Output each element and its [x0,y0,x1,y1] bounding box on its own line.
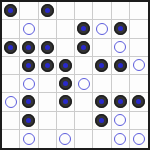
hole[interactable] [96,23,108,35]
peg[interactable] [22,114,35,127]
cell-r8c1 [2,130,20,148]
hole[interactable] [133,59,145,71]
cell-r7c6[interactable] [93,112,111,130]
cell-r2c7[interactable] [112,20,130,38]
cell-r2c8 [130,20,148,38]
peg[interactable] [114,95,127,108]
peg[interactable] [4,41,17,54]
peg[interactable] [22,59,35,72]
peg[interactable] [95,95,108,108]
cell-r4c4[interactable] [57,57,75,75]
cell-r5c7 [112,75,130,93]
cell-r4c6[interactable] [93,57,111,75]
peg-center-dot [63,99,68,104]
peg[interactable] [41,59,54,72]
peg-center-dot [26,63,31,68]
peg[interactable] [22,41,35,54]
cell-r1c3[interactable] [39,2,57,20]
peg-center-dot [136,99,141,104]
peg-center-dot [81,45,86,50]
cell-r7c3 [39,112,57,130]
peg[interactable] [59,95,72,108]
cell-r3c5[interactable] [75,39,93,57]
peg[interactable] [114,59,127,72]
cell-r3c6 [93,39,111,57]
cell-r4c7[interactable] [112,57,130,75]
peg[interactable] [59,59,72,72]
cell-r2c5[interactable] [75,20,93,38]
peg[interactable] [59,77,72,90]
cell-r7c5 [75,112,93,130]
peg-center-dot [8,8,13,13]
cell-r7c4 [57,112,75,130]
cell-r3c3[interactable] [39,39,57,57]
cell-r4c8[interactable] [130,57,148,75]
cell-r1c1[interactable] [2,2,20,20]
hole[interactable] [133,133,145,145]
cell-r8c6 [93,130,111,148]
cell-r5c4[interactable] [57,75,75,93]
peg-center-dot [8,45,13,50]
cell-r5c8 [130,75,148,93]
hole[interactable] [78,78,90,90]
cell-r2c1 [2,20,20,38]
cell-r5c3 [39,75,57,93]
cell-r5c5[interactable] [75,75,93,93]
cell-r4c3[interactable] [39,57,57,75]
peg-solitaire-board[interactable] [0,0,150,150]
hole[interactable] [114,114,126,126]
peg[interactable] [95,114,108,127]
hole[interactable] [23,133,35,145]
cell-r8c5 [75,130,93,148]
peg[interactable] [41,41,54,54]
cell-r6c5 [75,93,93,111]
peg-center-dot [26,118,31,123]
peg-center-dot [118,99,123,104]
puzzle-window [0,0,150,150]
cell-r8c4[interactable] [57,130,75,148]
cell-r3c8 [130,39,148,57]
cell-r7c2[interactable] [20,112,38,130]
cell-r7c7[interactable] [112,112,130,130]
hole[interactable] [114,133,126,145]
cell-r6c6[interactable] [93,93,111,111]
cell-r5c2[interactable] [20,75,38,93]
peg[interactable] [77,22,90,35]
peg-center-dot [45,8,50,13]
cell-r8c2[interactable] [20,130,38,148]
cell-r1c5 [75,2,93,20]
cell-r2c2[interactable] [20,20,38,38]
peg[interactable] [77,41,90,54]
peg[interactable] [22,95,35,108]
cell-r5c1 [2,75,20,93]
cell-r6c8[interactable] [130,93,148,111]
peg-center-dot [99,99,104,104]
peg-center-dot [45,63,50,68]
cell-r3c4 [57,39,75,57]
cell-r1c4 [57,2,75,20]
cell-r2c3 [39,20,57,38]
cell-r1c6 [93,2,111,20]
hole[interactable] [23,78,35,90]
peg-center-dot [63,63,68,68]
hole[interactable] [23,23,35,35]
cell-r4c5 [75,57,93,75]
cell-r6c3 [39,93,57,111]
cell-r1c7 [112,2,130,20]
peg[interactable] [95,59,108,72]
cell-r8c7[interactable] [112,130,130,148]
cell-r4c1 [2,57,20,75]
hole[interactable] [114,41,126,53]
cell-r3c1[interactable] [2,39,20,57]
peg-center-dot [99,63,104,68]
cell-r1c2 [20,2,38,20]
peg-center-dot [26,45,31,50]
cell-r3c7[interactable] [112,39,130,57]
peg-center-dot [99,118,104,123]
cell-r8c8[interactable] [130,130,148,148]
peg-center-dot [118,26,123,31]
peg[interactable] [132,95,145,108]
cell-r6c7[interactable] [112,93,130,111]
cell-r7c8 [130,112,148,130]
cell-r7c1 [2,112,20,130]
cell-r3c2[interactable] [20,39,38,57]
cell-r6c1[interactable] [2,93,20,111]
peg[interactable] [114,22,127,35]
peg-center-dot [45,45,50,50]
cell-r5c6 [93,75,111,93]
cell-r2c4 [57,20,75,38]
cell-r6c2[interactable] [20,93,38,111]
cell-r6c4[interactable] [57,93,75,111]
peg-center-dot [26,99,31,104]
peg-center-dot [118,63,123,68]
cell-r8c3 [39,130,57,148]
peg[interactable] [4,4,17,17]
hole[interactable] [5,96,17,108]
cell-r1c8 [130,2,148,20]
cell-r4c2[interactable] [20,57,38,75]
peg[interactable] [41,4,54,17]
peg-center-dot [63,81,68,86]
cell-r2c6[interactable] [93,20,111,38]
hole[interactable] [59,133,71,145]
peg-center-dot [81,26,86,31]
